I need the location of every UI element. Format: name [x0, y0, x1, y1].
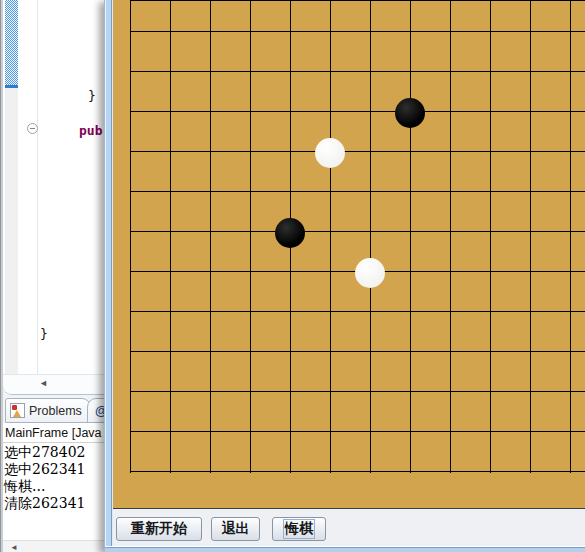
console-output: 选中278402 选中262341 悔棋... 清除262341 — [4, 444, 111, 512]
exit-button-label: 退出 — [222, 520, 250, 538]
tab-problems-label: Problems — [29, 404, 82, 418]
scroll-left-arrow-icon[interactable]: ◄ — [39, 379, 48, 388]
eclipse-ide-strip: } pub } ◄ Problems @ MainFrame [Java — [0, 0, 110, 552]
screenshot-root: } pub } ◄ Problems @ MainFrame [Java — [0, 0, 585, 552]
console-line: 悔棋... — [4, 478, 111, 495]
stone-black[interactable] — [395, 98, 425, 128]
go-board-grid[interactable] — [130, 0, 585, 473]
console-view[interactable]: MainFrame [Java 选中278402 选中262341 悔棋... … — [3, 423, 110, 540]
window-border-left — [104, 0, 113, 552]
go-game-window: 重新开始 退出 悔棋 — [104, 0, 585, 552]
scrollbar-thumb-end — [5, 85, 18, 88]
code-brace-1: } — [88, 89, 96, 102]
undo-button-label: 悔棋 — [284, 520, 314, 538]
window-border-bottom — [105, 546, 585, 552]
tab-problems[interactable]: Problems — [5, 398, 91, 423]
scrollbar-thumb-dithered[interactable] — [5, 0, 18, 85]
restart-button-label: 重新开始 — [131, 520, 187, 538]
scroll-left-arrow-icon[interactable]: ◄ — [10, 543, 18, 552]
go-board[interactable] — [113, 0, 585, 508]
console-horizontal-scrollbar[interactable]: ◄ — [3, 540, 110, 552]
restart-button[interactable]: 重新开始 — [116, 517, 202, 541]
stone-white[interactable] — [355, 258, 385, 288]
fold-column-divider — [37, 0, 38, 374]
code-editor[interactable]: } pub } ◄ — [3, 0, 104, 395]
view-tab-bar: Problems @ — [3, 396, 110, 424]
editor-horizontal-scrollbar[interactable]: ◄ — [3, 374, 104, 394]
console-separator — [3, 442, 110, 443]
console-line: 选中278402 — [4, 444, 111, 461]
exit-button[interactable]: 退出 — [211, 517, 260, 541]
console-line: 清除262341 — [4, 495, 111, 512]
stone-black[interactable] — [275, 218, 305, 248]
stone-white[interactable] — [315, 138, 345, 168]
console-process-label: MainFrame [Java — [5, 426, 102, 440]
code-keyword-public: pub — [79, 124, 102, 137]
window-client-area: 重新开始 退出 悔棋 — [113, 0, 585, 546]
problems-icon — [10, 403, 25, 418]
button-panel: 重新开始 退出 悔棋 — [113, 509, 585, 546]
fold-collapse-icon[interactable] — [27, 123, 38, 134]
console-line: 选中262341 — [4, 461, 111, 478]
undo-button[interactable]: 悔棋 — [272, 517, 326, 541]
editor-marker-bar[interactable] — [5, 0, 18, 374]
code-brace-2: } — [40, 327, 48, 340]
